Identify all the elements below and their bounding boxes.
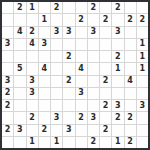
clue-cell: 2 <box>100 14 111 25</box>
empty-cell[interactable] <box>63 88 74 99</box>
empty-cell[interactable] <box>39 2 50 13</box>
empty-cell[interactable] <box>2 27 13 38</box>
empty-cell[interactable] <box>14 112 25 123</box>
clue-cell: 3 <box>14 125 25 136</box>
empty-cell[interactable] <box>14 76 25 87</box>
empty-cell[interactable] <box>63 14 74 25</box>
clue-cell: 3 <box>27 76 38 87</box>
empty-cell[interactable] <box>125 63 136 74</box>
empty-cell[interactable] <box>112 76 123 87</box>
empty-cell[interactable] <box>112 88 123 99</box>
empty-cell[interactable] <box>76 100 87 111</box>
empty-cell[interactable] <box>39 27 50 38</box>
clue-cell: 2 <box>2 125 13 136</box>
clue-cell: 2 <box>100 76 111 87</box>
empty-cell[interactable] <box>27 51 38 62</box>
empty-cell[interactable] <box>39 100 50 111</box>
empty-cell[interactable] <box>125 27 136 38</box>
clue-cell: 3 <box>2 39 13 50</box>
empty-cell[interactable] <box>14 137 25 148</box>
empty-cell[interactable] <box>125 2 136 13</box>
empty-cell[interactable] <box>51 125 62 136</box>
clue-cell: 3 <box>112 100 123 111</box>
empty-cell[interactable] <box>88 14 99 25</box>
empty-cell[interactable] <box>100 27 111 38</box>
clue-cell: 3 <box>27 88 38 99</box>
empty-cell[interactable] <box>125 88 136 99</box>
clue-cell: 2 <box>14 2 25 13</box>
clue-cell: 3 <box>88 112 99 123</box>
empty-cell[interactable] <box>125 125 136 136</box>
empty-cell[interactable] <box>63 137 74 148</box>
clue-cell: 2 <box>125 137 136 148</box>
empty-cell[interactable] <box>100 39 111 50</box>
clue-cell: 2 <box>125 112 136 123</box>
clue-cell: 4 <box>14 27 25 38</box>
clue-cell: 2 <box>2 88 13 99</box>
minesweeper-board: 2122212222423333343122154411332242332233… <box>0 0 150 150</box>
empty-cell[interactable] <box>51 39 62 50</box>
empty-cell[interactable] <box>76 76 87 87</box>
empty-cell[interactable] <box>2 2 13 13</box>
clue-cell: 3 <box>51 112 62 123</box>
empty-cell[interactable] <box>76 27 87 38</box>
empty-cell[interactable] <box>51 88 62 99</box>
empty-cell[interactable] <box>27 125 38 136</box>
empty-cell[interactable] <box>27 63 38 74</box>
clue-cell: 2 <box>100 100 111 111</box>
clue-cell: 1 <box>137 63 148 74</box>
clue-cell: 2 <box>112 2 123 13</box>
empty-cell[interactable] <box>63 100 74 111</box>
clue-cell: 3 <box>63 27 74 38</box>
empty-cell[interactable] <box>51 100 62 111</box>
clue-cell: 2 <box>112 51 123 62</box>
empty-cell[interactable] <box>100 88 111 99</box>
empty-cell[interactable] <box>63 2 74 13</box>
empty-cell[interactable] <box>125 51 136 62</box>
clue-cell: 4 <box>39 63 50 74</box>
empty-cell[interactable] <box>137 27 148 38</box>
empty-cell[interactable] <box>137 125 148 136</box>
empty-cell[interactable] <box>63 39 74 50</box>
clue-cell: 2 <box>125 14 136 25</box>
clue-cell: 2 <box>39 125 50 136</box>
empty-cell[interactable] <box>14 88 25 99</box>
empty-cell[interactable] <box>2 137 13 148</box>
empty-cell[interactable] <box>100 137 111 148</box>
clue-cell: 4 <box>27 39 38 50</box>
clue-cell: 1 <box>27 137 38 148</box>
empty-cell[interactable] <box>88 125 99 136</box>
clue-cell: 2 <box>27 27 38 38</box>
empty-cell[interactable] <box>100 63 111 74</box>
clue-cell: 2 <box>112 112 123 123</box>
empty-cell[interactable] <box>2 14 13 25</box>
empty-cell[interactable] <box>76 137 87 148</box>
clue-cell: 1 <box>27 2 38 13</box>
empty-cell[interactable] <box>39 76 50 87</box>
clue-cell: 1 <box>137 51 148 62</box>
clue-cell: 4 <box>76 63 87 74</box>
empty-cell[interactable] <box>14 39 25 50</box>
empty-cell[interactable] <box>51 14 62 25</box>
empty-cell[interactable] <box>63 112 74 123</box>
clue-cell: 1 <box>39 14 50 25</box>
empty-cell[interactable] <box>125 100 136 111</box>
empty-cell[interactable] <box>14 51 25 62</box>
empty-cell[interactable] <box>51 51 62 62</box>
empty-cell[interactable] <box>125 39 136 50</box>
empty-cell[interactable] <box>137 112 148 123</box>
clue-cell: 1 <box>51 137 62 148</box>
clue-cell: 3 <box>137 100 148 111</box>
empty-cell[interactable] <box>63 63 74 74</box>
empty-cell[interactable] <box>112 125 123 136</box>
clue-cell: 3 <box>2 76 13 87</box>
empty-cell[interactable] <box>88 51 99 62</box>
empty-cell[interactable] <box>2 51 13 62</box>
empty-cell[interactable] <box>39 88 50 99</box>
clue-cell: 3 <box>39 39 50 50</box>
clue-cell: 2 <box>137 14 148 25</box>
clue-cell: 5 <box>14 63 25 74</box>
clue-cell: 3 <box>112 27 123 38</box>
empty-cell[interactable] <box>100 112 111 123</box>
empty-cell[interactable] <box>76 51 87 62</box>
empty-cell[interactable] <box>27 14 38 25</box>
clue-cell: 2 <box>88 137 99 148</box>
clue-cell: 1 <box>112 63 123 74</box>
clue-cell: 4 <box>125 76 136 87</box>
clue-cell: 2 <box>88 2 99 13</box>
empty-cell[interactable] <box>137 76 148 87</box>
empty-cell[interactable] <box>39 112 50 123</box>
empty-cell[interactable] <box>112 14 123 25</box>
clue-cell: 1 <box>137 39 148 50</box>
clue-cell: 3 <box>88 27 99 38</box>
empty-cell[interactable] <box>137 137 148 148</box>
empty-cell[interactable] <box>100 2 111 13</box>
empty-cell[interactable] <box>137 2 148 13</box>
clue-cell: 2 <box>63 76 74 87</box>
empty-cell[interactable] <box>88 39 99 50</box>
empty-cell[interactable] <box>88 100 99 111</box>
clue-cell: 2 <box>76 14 87 25</box>
empty-cell[interactable] <box>88 88 99 99</box>
empty-cell[interactable] <box>2 112 13 123</box>
empty-cell[interactable] <box>27 100 38 111</box>
empty-cell[interactable] <box>112 39 123 50</box>
clue-cell: 2 <box>63 51 74 62</box>
empty-cell[interactable] <box>14 14 25 25</box>
clue-cell: 3 <box>63 125 74 136</box>
clue-cell: 3 <box>76 88 87 99</box>
clue-cell: 2 <box>2 100 13 111</box>
empty-cell[interactable] <box>88 63 99 74</box>
clue-cell: 2 <box>76 112 87 123</box>
empty-cell[interactable] <box>76 2 87 13</box>
clue-cell: 2 <box>100 125 111 136</box>
clue-cell: 2 <box>51 2 62 13</box>
empty-cell[interactable] <box>39 137 50 148</box>
clue-cell: 2 <box>27 112 38 123</box>
empty-cell[interactable] <box>100 51 111 62</box>
empty-cell[interactable] <box>137 88 148 99</box>
clue-cell: 3 <box>51 27 62 38</box>
empty-cell[interactable] <box>2 63 13 74</box>
clue-cell: 1 <box>112 137 123 148</box>
empty-cell[interactable] <box>14 100 25 111</box>
empty-cell[interactable] <box>76 125 87 136</box>
empty-cell[interactable] <box>39 51 50 62</box>
empty-cell[interactable] <box>88 76 99 87</box>
empty-cell[interactable] <box>51 76 62 87</box>
empty-cell[interactable] <box>51 63 62 74</box>
empty-cell[interactable] <box>76 39 87 50</box>
